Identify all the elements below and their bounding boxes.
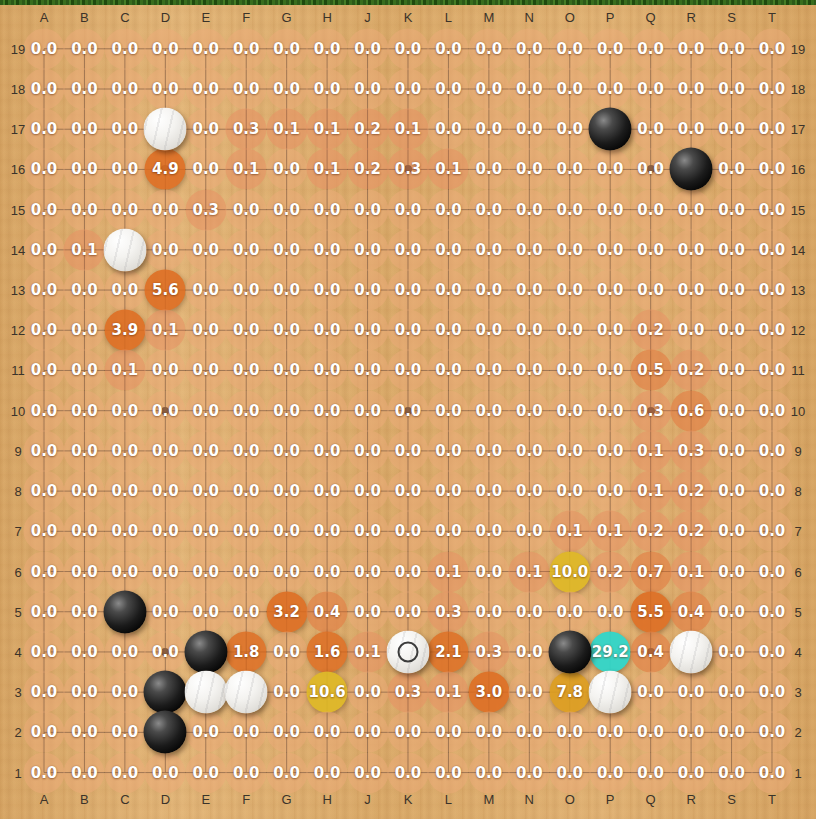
intersection-heat-circle[interactable]: [64, 712, 105, 753]
intersection-heat-circle[interactable]: [226, 69, 267, 110]
intersection-heat-circle[interactable]: [630, 511, 671, 552]
intersection-heat-circle[interactable]: [185, 109, 226, 150]
intersection-heat-circle[interactable]: [671, 350, 712, 391]
intersection-heat-circle[interactable]: [630, 430, 671, 471]
intersection-heat-circle[interactable]: [509, 270, 550, 311]
intersection-heat-circle[interactable]: [64, 350, 105, 391]
intersection-heat-circle[interactable]: [226, 149, 267, 190]
intersection-heat-circle[interactable]: [549, 712, 590, 753]
intersection-heat-circle[interactable]: [64, 69, 105, 110]
intersection-heat-circle[interactable]: [387, 229, 428, 270]
intersection-heat-circle[interactable]: [185, 28, 226, 69]
intersection-heat-circle[interactable]: [711, 672, 752, 713]
intersection-heat-circle[interactable]: [468, 511, 509, 552]
intersection-heat-circle[interactable]: [266, 229, 307, 270]
intersection-heat-circle[interactable]: [387, 752, 428, 793]
intersection-heat-circle[interactable]: [428, 551, 469, 592]
intersection-heat-circle[interactable]: [590, 149, 631, 190]
intersection-heat-circle[interactable]: [387, 109, 428, 150]
intersection-heat-circle[interactable]: [468, 752, 509, 793]
intersection-heat-circle[interactable]: [630, 229, 671, 270]
intersection-heat-circle[interactable]: [145, 229, 186, 270]
intersection-heat-circle[interactable]: [671, 109, 712, 150]
intersection-heat-circle[interactable]: [24, 390, 65, 431]
intersection-heat-circle[interactable]: [64, 551, 105, 592]
intersection-heat-circle[interactable]: [266, 511, 307, 552]
intersection-heat-circle[interactable]: [428, 189, 469, 230]
intersection-heat-circle[interactable]: [226, 471, 267, 512]
intersection-heat-circle[interactable]: [347, 149, 388, 190]
intersection-heat-circle[interactable]: [347, 712, 388, 753]
intersection-heat-circle[interactable]: [104, 551, 145, 592]
intersection-heat-circle[interactable]: [266, 28, 307, 69]
intersection-heat-circle[interactable]: [307, 551, 348, 592]
intersection-heat-circle[interactable]: [226, 229, 267, 270]
intersection-heat-circle[interactable]: [751, 511, 792, 552]
intersection-heat-circle[interactable]: [751, 430, 792, 471]
intersection-heat-circle[interactable]: [64, 310, 105, 351]
intersection-heat-circle[interactable]: [751, 350, 792, 391]
intersection-heat-circle[interactable]: [24, 712, 65, 753]
intersection-heat-circle[interactable]: [428, 109, 469, 150]
intersection-heat-circle[interactable]: [185, 310, 226, 351]
intersection-heat-circle[interactable]: [64, 430, 105, 471]
intersection-heat-circle[interactable]: [226, 712, 267, 753]
intersection-heat-circle[interactable]: [590, 430, 631, 471]
intersection-heat-circle[interactable]: [104, 109, 145, 150]
intersection-heat-circle[interactable]: [509, 591, 550, 632]
intersection-heat-circle[interactable]: [711, 712, 752, 753]
intersection-heat-circle[interactable]: [24, 551, 65, 592]
intersection-heat-circle[interactable]: [671, 471, 712, 512]
intersection-heat-circle[interactable]: [428, 712, 469, 753]
intersection-heat-circle[interactable]: [428, 69, 469, 110]
intersection-heat-circle[interactable]: [751, 471, 792, 512]
intersection-heat-circle[interactable]: [711, 149, 752, 190]
intersection-heat-circle[interactable]: [64, 229, 105, 270]
intersection-heat-circle[interactable]: [590, 551, 631, 592]
intersection-heat-circle[interactable]: [266, 551, 307, 592]
intersection-heat-circle[interactable]: [711, 511, 752, 552]
intersection-heat-circle[interactable]: [509, 109, 550, 150]
intersection-heat-circle[interactable]: [24, 310, 65, 351]
intersection-heat-circle[interactable]: [145, 471, 186, 512]
intersection-heat-circle[interactable]: [630, 189, 671, 230]
intersection-heat-circle[interactable]: [347, 28, 388, 69]
intersection-heat-circle[interactable]: [347, 631, 388, 672]
intersection-heat-circle[interactable]: [387, 511, 428, 552]
intersection-heat-circle[interactable]: [711, 69, 752, 110]
intersection-heat-circle[interactable]: [185, 511, 226, 552]
intersection-heat-circle[interactable]: [266, 390, 307, 431]
intersection-heat-circle[interactable]: [145, 591, 186, 632]
intersection-heat-circle[interactable]: [185, 149, 226, 190]
intersection-heat-circle[interactable]: [185, 551, 226, 592]
intersection-heat-circle[interactable]: [24, 149, 65, 190]
intersection-heat-circle[interactable]: [751, 712, 792, 753]
intersection-heat-circle[interactable]: [671, 430, 712, 471]
intersection-heat-circle[interactable]: [104, 69, 145, 110]
intersection-heat-circle[interactable]: [671, 672, 712, 713]
intersection-heat-circle[interactable]: [428, 591, 469, 632]
intersection-heat-circle[interactable]: [266, 109, 307, 150]
intersection-heat-circle[interactable]: [64, 672, 105, 713]
intersection-heat-circle[interactable]: [64, 591, 105, 632]
intersection-heat-circle[interactable]: [347, 310, 388, 351]
intersection-heat-circle[interactable]: [145, 310, 186, 351]
intersection-heat-circle[interactable]: [104, 631, 145, 672]
intersection-heat-circle[interactable]: [64, 471, 105, 512]
intersection-heat-circle[interactable]: [185, 350, 226, 391]
intersection-heat-circle[interactable]: [468, 672, 509, 713]
intersection-heat-circle[interactable]: [590, 390, 631, 431]
intersection-heat-circle[interactable]: [468, 350, 509, 391]
intersection-heat-circle[interactable]: [590, 270, 631, 311]
intersection-heat-circle[interactable]: [266, 471, 307, 512]
intersection-heat-circle[interactable]: [104, 672, 145, 713]
intersection-heat-circle[interactable]: [226, 591, 267, 632]
intersection-heat-circle[interactable]: [104, 149, 145, 190]
intersection-heat-circle[interactable]: [266, 189, 307, 230]
intersection-heat-circle[interactable]: [468, 229, 509, 270]
intersection-heat-circle[interactable]: [145, 430, 186, 471]
intersection-heat-circle[interactable]: [387, 390, 428, 431]
intersection-heat-circle[interactable]: [590, 752, 631, 793]
intersection-heat-circle[interactable]: [347, 229, 388, 270]
intersection-heat-circle[interactable]: [428, 229, 469, 270]
intersection-heat-circle[interactable]: [64, 28, 105, 69]
intersection-heat-circle[interactable]: [751, 752, 792, 793]
intersection-heat-circle[interactable]: [226, 631, 267, 672]
intersection-heat-circle[interactable]: [630, 109, 671, 150]
intersection-heat-circle[interactable]: [226, 109, 267, 150]
intersection-heat-circle[interactable]: [751, 551, 792, 592]
intersection-heat-circle[interactable]: [630, 28, 671, 69]
intersection-heat-circle[interactable]: [185, 712, 226, 753]
intersection-heat-circle[interactable]: [387, 28, 428, 69]
intersection-heat-circle[interactable]: [64, 390, 105, 431]
intersection-heat-circle[interactable]: [387, 591, 428, 632]
intersection-heat-circle[interactable]: [549, 350, 590, 391]
intersection-heat-circle[interactable]: [387, 149, 428, 190]
intersection-heat-circle[interactable]: [630, 69, 671, 110]
intersection-heat-circle[interactable]: [387, 310, 428, 351]
intersection-heat-circle[interactable]: [590, 310, 631, 351]
intersection-heat-circle[interactable]: [24, 109, 65, 150]
intersection-heat-circle[interactable]: [711, 631, 752, 672]
intersection-heat-circle[interactable]: [711, 310, 752, 351]
intersection-heat-circle[interactable]: [347, 350, 388, 391]
intersection-heat-circle[interactable]: [347, 551, 388, 592]
intersection-heat-circle[interactable]: [671, 270, 712, 311]
intersection-heat-circle[interactable]: [347, 752, 388, 793]
intersection-heat-circle[interactable]: [307, 672, 348, 713]
intersection-heat-circle[interactable]: [671, 390, 712, 431]
intersection-heat-circle[interactable]: [104, 430, 145, 471]
intersection-heat-circle[interactable]: [307, 350, 348, 391]
intersection-heat-circle[interactable]: [509, 310, 550, 351]
intersection-heat-circle[interactable]: [104, 350, 145, 391]
intersection-heat-circle[interactable]: [549, 28, 590, 69]
intersection-heat-circle[interactable]: [347, 672, 388, 713]
intersection-heat-circle[interactable]: [711, 430, 752, 471]
intersection-heat-circle[interactable]: [24, 591, 65, 632]
intersection-heat-circle[interactable]: [671, 310, 712, 351]
intersection-heat-circle[interactable]: [266, 430, 307, 471]
intersection-heat-circle[interactable]: [549, 189, 590, 230]
intersection-heat-circle[interactable]: [671, 229, 712, 270]
intersection-heat-circle[interactable]: [671, 28, 712, 69]
intersection-heat-circle[interactable]: [104, 390, 145, 431]
intersection-heat-circle[interactable]: [549, 149, 590, 190]
intersection-heat-circle[interactable]: [468, 591, 509, 632]
intersection-heat-circle[interactable]: [307, 28, 348, 69]
intersection-heat-circle[interactable]: [711, 551, 752, 592]
intersection-heat-circle[interactable]: [549, 551, 590, 592]
intersection-heat-circle[interactable]: [307, 752, 348, 793]
intersection-heat-circle[interactable]: [671, 712, 712, 753]
intersection-heat-circle[interactable]: [509, 511, 550, 552]
intersection-heat-circle[interactable]: [751, 149, 792, 190]
intersection-heat-circle[interactable]: [347, 390, 388, 431]
intersection-heat-circle[interactable]: [347, 591, 388, 632]
intersection-heat-circle[interactable]: [751, 69, 792, 110]
intersection-heat-circle[interactable]: [307, 430, 348, 471]
intersection-heat-circle[interactable]: [387, 712, 428, 753]
intersection-heat-circle[interactable]: [428, 310, 469, 351]
intersection-heat-circle[interactable]: [549, 310, 590, 351]
intersection-heat-circle[interactable]: [468, 149, 509, 190]
intersection-heat-circle[interactable]: [711, 28, 752, 69]
intersection-heat-circle[interactable]: [428, 149, 469, 190]
intersection-heat-circle[interactable]: [226, 189, 267, 230]
intersection-heat-circle[interactable]: [468, 390, 509, 431]
intersection-heat-circle[interactable]: [549, 430, 590, 471]
intersection-heat-circle[interactable]: [671, 69, 712, 110]
intersection-heat-circle[interactable]: [630, 752, 671, 793]
intersection-heat-circle[interactable]: [590, 591, 631, 632]
intersection-heat-circle[interactable]: [468, 109, 509, 150]
intersection-heat-circle[interactable]: [387, 551, 428, 592]
intersection-heat-circle[interactable]: [145, 350, 186, 391]
intersection-heat-circle[interactable]: [24, 511, 65, 552]
intersection-heat-circle[interactable]: [64, 511, 105, 552]
intersection-heat-circle[interactable]: [549, 591, 590, 632]
intersection-heat-circle[interactable]: [509, 229, 550, 270]
intersection-heat-circle[interactable]: [468, 69, 509, 110]
intersection-heat-circle[interactable]: [751, 189, 792, 230]
intersection-heat-circle[interactable]: [307, 631, 348, 672]
intersection-heat-circle[interactable]: [428, 511, 469, 552]
intersection-heat-circle[interactable]: [104, 471, 145, 512]
intersection-heat-circle[interactable]: [428, 390, 469, 431]
intersection-heat-circle[interactable]: [509, 350, 550, 391]
intersection-heat-circle[interactable]: [64, 270, 105, 311]
intersection-heat-circle[interactable]: [185, 189, 226, 230]
intersection-heat-circle[interactable]: [468, 310, 509, 351]
intersection-heat-circle[interactable]: [751, 270, 792, 311]
intersection-heat-circle[interactable]: [145, 69, 186, 110]
intersection-heat-circle[interactable]: [428, 430, 469, 471]
intersection-heat-circle[interactable]: [590, 28, 631, 69]
intersection-heat-circle[interactable]: [307, 471, 348, 512]
intersection-heat-circle[interactable]: [387, 471, 428, 512]
intersection-heat-circle[interactable]: [630, 672, 671, 713]
intersection-heat-circle[interactable]: [347, 69, 388, 110]
intersection-heat-circle[interactable]: [307, 310, 348, 351]
intersection-heat-circle[interactable]: [347, 430, 388, 471]
intersection-heat-circle[interactable]: [509, 551, 550, 592]
intersection-heat-circle[interactable]: [266, 310, 307, 351]
intersection-heat-circle[interactable]: [549, 390, 590, 431]
intersection-heat-circle[interactable]: [185, 752, 226, 793]
intersection-heat-circle[interactable]: [226, 310, 267, 351]
intersection-heat-circle[interactable]: [24, 430, 65, 471]
intersection-heat-circle[interactable]: [711, 229, 752, 270]
intersection-heat-circle[interactable]: [509, 752, 550, 793]
intersection-heat-circle[interactable]: [266, 149, 307, 190]
intersection-heat-circle[interactable]: [468, 631, 509, 672]
intersection-heat-circle[interactable]: [590, 189, 631, 230]
intersection-heat-circle[interactable]: [630, 631, 671, 672]
intersection-heat-circle[interactable]: [185, 69, 226, 110]
intersection-heat-circle[interactable]: [711, 752, 752, 793]
intersection-heat-circle[interactable]: [307, 189, 348, 230]
intersection-heat-circle[interactable]: [387, 350, 428, 391]
intersection-heat-circle[interactable]: [64, 752, 105, 793]
intersection-heat-circle[interactable]: [266, 350, 307, 391]
intersection-heat-circle[interactable]: [24, 28, 65, 69]
intersection-heat-circle[interactable]: [145, 270, 186, 311]
intersection-heat-circle[interactable]: [145, 551, 186, 592]
intersection-heat-circle[interactable]: [24, 350, 65, 391]
intersection-heat-circle[interactable]: [468, 189, 509, 230]
intersection-heat-circle[interactable]: [711, 270, 752, 311]
intersection-heat-circle[interactable]: [509, 149, 550, 190]
intersection-heat-circle[interactable]: [145, 189, 186, 230]
intersection-heat-circle[interactable]: [549, 471, 590, 512]
intersection-heat-circle[interactable]: [347, 109, 388, 150]
intersection-heat-circle[interactable]: [671, 511, 712, 552]
intersection-heat-circle[interactable]: [104, 270, 145, 311]
intersection-heat-circle[interactable]: [751, 672, 792, 713]
intersection-heat-circle[interactable]: [468, 28, 509, 69]
intersection-heat-circle[interactable]: [630, 310, 671, 351]
intersection-heat-circle[interactable]: [509, 69, 550, 110]
intersection-heat-circle[interactable]: [24, 631, 65, 672]
intersection-heat-circle[interactable]: [468, 471, 509, 512]
intersection-heat-circle[interactable]: [226, 390, 267, 431]
intersection-heat-circle[interactable]: [711, 471, 752, 512]
intersection-heat-circle[interactable]: [428, 350, 469, 391]
intersection-heat-circle[interactable]: [549, 69, 590, 110]
intersection-heat-circle[interactable]: [226, 270, 267, 311]
intersection-heat-circle[interactable]: [24, 471, 65, 512]
intersection-heat-circle[interactable]: [104, 712, 145, 753]
intersection-heat-circle[interactable]: [468, 551, 509, 592]
intersection-heat-circle[interactable]: [347, 471, 388, 512]
intersection-heat-circle[interactable]: [549, 270, 590, 311]
intersection-heat-circle[interactable]: [185, 471, 226, 512]
intersection-heat-circle[interactable]: [387, 270, 428, 311]
intersection-heat-circle[interactable]: [509, 430, 550, 471]
intersection-heat-circle[interactable]: [64, 149, 105, 190]
intersection-heat-circle[interactable]: [711, 109, 752, 150]
intersection-heat-circle[interactable]: [630, 551, 671, 592]
intersection-heat-circle[interactable]: [671, 591, 712, 632]
intersection-heat-circle[interactable]: [307, 229, 348, 270]
intersection-heat-circle[interactable]: [307, 149, 348, 190]
intersection-heat-circle[interactable]: [226, 350, 267, 391]
intersection-heat-circle[interactable]: [468, 712, 509, 753]
intersection-heat-circle[interactable]: [387, 69, 428, 110]
intersection-heat-circle[interactable]: [549, 672, 590, 713]
intersection-heat-circle[interactable]: [630, 712, 671, 753]
intersection-heat-circle[interactable]: [145, 28, 186, 69]
intersection-heat-circle[interactable]: [428, 631, 469, 672]
intersection-heat-circle[interactable]: [64, 189, 105, 230]
intersection-heat-circle[interactable]: [751, 28, 792, 69]
intersection-heat-circle[interactable]: [226, 28, 267, 69]
intersection-heat-circle[interactable]: [64, 631, 105, 672]
intersection-heat-circle[interactable]: [711, 390, 752, 431]
intersection-heat-circle[interactable]: [711, 350, 752, 391]
intersection-heat-circle[interactable]: [509, 28, 550, 69]
intersection-heat-circle[interactable]: [307, 270, 348, 311]
intersection-heat-circle[interactable]: [630, 471, 671, 512]
intersection-heat-circle[interactable]: [145, 149, 186, 190]
intersection-heat-circle[interactable]: [590, 229, 631, 270]
intersection-heat-circle[interactable]: [266, 631, 307, 672]
intersection-heat-circle[interactable]: [347, 189, 388, 230]
intersection-heat-circle[interactable]: [630, 270, 671, 311]
intersection-heat-circle[interactable]: [671, 752, 712, 793]
intersection-heat-circle[interactable]: [226, 430, 267, 471]
intersection-heat-circle[interactable]: [266, 672, 307, 713]
intersection-heat-circle[interactable]: [266, 712, 307, 753]
intersection-heat-circle[interactable]: [145, 511, 186, 552]
intersection-heat-circle[interactable]: [630, 390, 671, 431]
intersection-heat-circle[interactable]: [307, 511, 348, 552]
intersection-heat-circle[interactable]: [590, 350, 631, 391]
intersection-heat-circle[interactable]: [751, 109, 792, 150]
intersection-heat-circle[interactable]: [104, 511, 145, 552]
intersection-heat-circle[interactable]: [347, 511, 388, 552]
intersection-heat-circle[interactable]: [549, 109, 590, 150]
intersection-heat-circle[interactable]: [468, 270, 509, 311]
intersection-heat-circle[interactable]: [104, 28, 145, 69]
intersection-heat-circle[interactable]: [751, 229, 792, 270]
intersection-heat-circle[interactable]: [751, 591, 792, 632]
intersection-heat-circle[interactable]: [671, 551, 712, 592]
intersection-heat-circle[interactable]: [307, 591, 348, 632]
intersection-heat-circle[interactable]: [266, 752, 307, 793]
intersection-heat-circle[interactable]: [509, 712, 550, 753]
intersection-heat-circle[interactable]: [24, 69, 65, 110]
intersection-heat-circle[interactable]: [711, 189, 752, 230]
intersection-heat-circle[interactable]: [387, 430, 428, 471]
intersection-heat-circle[interactable]: [549, 752, 590, 793]
intersection-heat-circle[interactable]: [630, 591, 671, 632]
intersection-heat-circle[interactable]: [226, 752, 267, 793]
intersection-heat-circle[interactable]: [64, 109, 105, 150]
intersection-heat-circle[interactable]: [24, 752, 65, 793]
intersection-heat-circle[interactable]: [509, 189, 550, 230]
intersection-heat-circle[interactable]: [185, 390, 226, 431]
intersection-heat-circle[interactable]: [307, 69, 348, 110]
intersection-heat-circle[interactable]: [428, 672, 469, 713]
intersection-heat-circle[interactable]: [145, 390, 186, 431]
